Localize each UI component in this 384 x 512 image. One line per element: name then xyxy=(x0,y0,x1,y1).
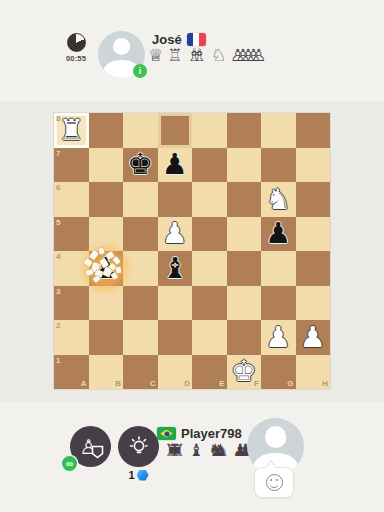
opponent-clock: 00:55 xyxy=(62,33,90,63)
square-c6[interactable] xyxy=(123,182,158,217)
square-c7[interactable]: ♚ xyxy=(123,148,158,183)
square-b1[interactable]: B xyxy=(89,355,124,390)
captured-group-q: ♛ xyxy=(145,442,160,459)
opponent-avatar[interactable]: i xyxy=(98,31,145,78)
captured-group-p: ♙♙♙♙♙ xyxy=(230,47,266,64)
square-g6[interactable]: ♞ xyxy=(261,182,296,217)
infinity-badge: ∞ xyxy=(62,456,77,471)
square-b8[interactable] xyxy=(89,113,124,148)
square-a8[interactable]: 8♜ xyxy=(54,113,89,148)
square-h5[interactable] xyxy=(296,217,331,252)
chat-bubble[interactable] xyxy=(254,467,294,498)
square-h8[interactable] xyxy=(296,113,331,148)
player-name-row: Player798 xyxy=(157,426,242,441)
captured-group-n: ♞♞ xyxy=(208,442,228,459)
square-f3[interactable] xyxy=(227,286,262,321)
confetti-shard xyxy=(98,247,104,254)
square-a6[interactable]: 6 xyxy=(54,182,89,217)
captured-group-b: ♝ xyxy=(189,442,204,459)
square-e2[interactable] xyxy=(192,320,227,355)
chess-game-screen: 00:55 i José ♕♖♗♗♘♙♙♙♙♙ 8♜7♚♟6♞5♟♟4♟♝32♟… xyxy=(0,0,384,512)
white-piece-k[interactable]: ♚ xyxy=(231,357,257,386)
black-piece-k[interactable]: ♚ xyxy=(127,150,153,179)
clock-icon xyxy=(67,33,86,52)
rank-label: 8 xyxy=(56,114,60,123)
rank-label: 6 xyxy=(56,183,60,192)
square-e7[interactable] xyxy=(192,148,227,183)
chess-board[interactable]: 8♜7♚♟6♞5♟♟4♟♝32♟♟1ABCDEF♚GH xyxy=(54,113,330,389)
square-e8[interactable] xyxy=(192,113,227,148)
captured-group-q: ♕ xyxy=(148,47,163,64)
square-f6[interactable] xyxy=(227,182,262,217)
square-e3[interactable] xyxy=(192,286,227,321)
file-label: A xyxy=(81,379,87,388)
square-f4[interactable] xyxy=(227,251,262,286)
white-piece-p[interactable]: ♟ xyxy=(265,323,291,352)
square-c2[interactable] xyxy=(123,320,158,355)
square-d7[interactable]: ♟ xyxy=(158,148,193,183)
file-label: E xyxy=(219,379,224,388)
square-g1[interactable]: G xyxy=(261,355,296,390)
square-b4[interactable]: ♟ xyxy=(89,251,124,286)
info-badge-icon[interactable]: i xyxy=(133,64,147,78)
square-d6[interactable] xyxy=(158,182,193,217)
square-h4[interactable] xyxy=(296,251,331,286)
file-label: F xyxy=(254,379,259,388)
square-f2[interactable] xyxy=(227,320,262,355)
square-d2[interactable] xyxy=(158,320,193,355)
square-d4[interactable]: ♝ xyxy=(158,251,193,286)
white-piece-n[interactable]: ♞ xyxy=(265,185,291,214)
file-label: B xyxy=(115,379,121,388)
square-e5[interactable] xyxy=(192,217,227,252)
square-a1[interactable]: 1A xyxy=(54,355,89,390)
opponent-clock-time: 00:55 xyxy=(62,54,90,63)
file-label: D xyxy=(184,379,190,388)
white-piece-r[interactable]: ♜ xyxy=(58,116,84,145)
square-h1[interactable]: H xyxy=(296,355,331,390)
rank-label: 3 xyxy=(56,287,60,296)
square-f7[interactable] xyxy=(227,148,262,183)
square-d3[interactable] xyxy=(158,286,193,321)
square-g2[interactable]: ♟ xyxy=(261,320,296,355)
opponent-captured-pieces: ♕♖♗♗♘♙♙♙♙♙ xyxy=(148,47,270,64)
captured-group-r: ♖ xyxy=(167,47,182,64)
square-h7[interactable] xyxy=(296,148,331,183)
rank-label: 5 xyxy=(56,218,60,227)
brazil-flag-icon xyxy=(157,427,176,440)
square-d5[interactable]: ♟ xyxy=(158,217,193,252)
rank-label: 1 xyxy=(56,356,60,365)
confetti-shard xyxy=(115,267,121,274)
square-h2[interactable]: ♟ xyxy=(296,320,331,355)
square-f8[interactable] xyxy=(227,113,262,148)
captured-group-r: ♜♜ xyxy=(164,442,184,459)
square-h3[interactable] xyxy=(296,286,331,321)
square-f1[interactable]: F♚ xyxy=(227,355,262,390)
shield-icon xyxy=(91,445,104,459)
black-piece-b[interactable]: ♝ xyxy=(162,254,188,283)
file-label: G xyxy=(287,379,293,388)
square-b2[interactable] xyxy=(89,320,124,355)
hint-counter: 1 xyxy=(118,469,159,481)
square-d1[interactable]: D xyxy=(158,355,193,390)
rank-label: 4 xyxy=(56,252,60,261)
square-g8[interactable] xyxy=(261,113,296,148)
file-label: H xyxy=(322,379,328,388)
rank-label: 2 xyxy=(56,321,60,330)
player-name: Player798 xyxy=(181,426,242,441)
square-a7[interactable]: 7 xyxy=(54,148,89,183)
square-e6[interactable] xyxy=(192,182,227,217)
square-g5[interactable]: ♟ xyxy=(261,217,296,252)
square-f5[interactable] xyxy=(227,217,262,252)
square-g7[interactable] xyxy=(261,148,296,183)
square-e1[interactable]: E xyxy=(192,355,227,390)
captured-group-b: ♗♗ xyxy=(187,47,207,64)
rank-label: 7 xyxy=(56,149,60,158)
square-c1[interactable]: C xyxy=(123,355,158,390)
white-piece-p[interactable]: ♟ xyxy=(300,323,326,352)
square-b7[interactable] xyxy=(89,148,124,183)
black-piece-p[interactable]: ♟ xyxy=(162,150,188,179)
square-d8[interactable] xyxy=(158,113,193,148)
square-c8[interactable] xyxy=(123,113,158,148)
hint-count: 1 xyxy=(128,469,134,481)
square-e4[interactable] xyxy=(192,251,227,286)
gem-icon xyxy=(137,470,149,481)
file-label: C xyxy=(150,379,156,388)
captured-group-n: ♘ xyxy=(211,47,226,64)
square-g3[interactable] xyxy=(261,286,296,321)
smiley-icon xyxy=(266,474,283,491)
square-a2[interactable]: 2 xyxy=(54,320,89,355)
opponent-name-row: José xyxy=(152,32,206,47)
square-g4[interactable] xyxy=(261,251,296,286)
square-b6[interactable] xyxy=(89,182,124,217)
white-piece-p[interactable]: ♟ xyxy=(162,219,188,248)
square-h6[interactable] xyxy=(296,182,331,217)
black-piece-p[interactable]: ♟ xyxy=(265,219,291,248)
